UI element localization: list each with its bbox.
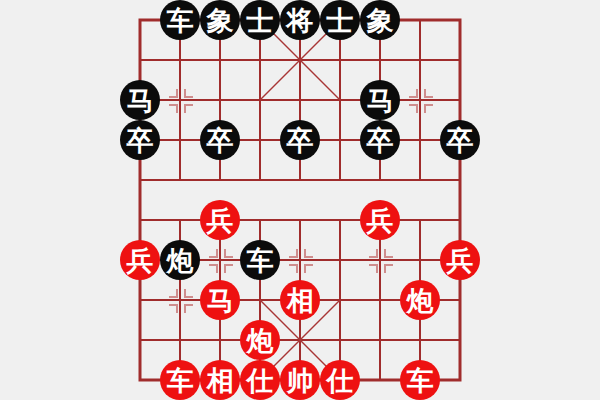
point-marker-corner	[384, 249, 393, 258]
point-marker-corner	[184, 304, 193, 313]
black-cannon[interactable]: 炮	[160, 240, 200, 280]
point-marker-corner	[289, 264, 298, 273]
red-soldier[interactable]: 兵	[360, 200, 400, 240]
point-marker-corner	[304, 264, 313, 273]
point-marker-corner	[169, 104, 178, 113]
black-general[interactable]: 将	[280, 0, 320, 40]
black-soldier[interactable]: 卒	[360, 120, 400, 160]
black-soldier[interactable]: 卒	[280, 120, 320, 160]
red-chariot[interactable]: 车	[400, 360, 440, 400]
point-marker-corner	[184, 89, 193, 98]
point-marker	[400, 80, 440, 120]
point-marker-corner	[184, 289, 193, 298]
red-advisor[interactable]: 仕	[320, 360, 360, 400]
point-marker-corner	[224, 249, 233, 258]
red-general[interactable]: 帅	[280, 360, 320, 400]
red-elephant[interactable]: 相	[280, 280, 320, 320]
point-marker-corner	[209, 249, 218, 258]
black-advisor[interactable]: 士	[240, 0, 280, 40]
red-cannon[interactable]: 炮	[400, 280, 440, 320]
xiangqi-board: 车象士将士象马马卒卒卒卒卒炮车兵兵兵兵马相炮炮车相仕帅仕车	[120, 0, 480, 400]
red-cannon[interactable]: 炮	[240, 320, 280, 360]
point-marker-corner	[369, 249, 378, 258]
black-chariot[interactable]: 车	[240, 240, 280, 280]
point-marker-corner	[424, 89, 433, 98]
black-advisor[interactable]: 士	[320, 0, 360, 40]
point-marker	[360, 240, 400, 280]
point-marker	[160, 280, 200, 320]
point-marker-corner	[184, 104, 193, 113]
black-elephant[interactable]: 象	[360, 0, 400, 40]
point-marker	[280, 240, 320, 280]
black-horse[interactable]: 马	[360, 80, 400, 120]
point-marker-corner	[409, 104, 418, 113]
pieces-layer: 车象士将士象马马卒卒卒卒卒炮车兵兵兵兵马相炮炮车相仕帅仕车	[120, 0, 480, 400]
black-soldier[interactable]: 卒	[120, 120, 160, 160]
point-marker-corner	[304, 249, 313, 258]
point-marker-corner	[424, 104, 433, 113]
point-marker-corner	[224, 264, 233, 273]
red-soldier[interactable]: 兵	[200, 200, 240, 240]
black-soldier[interactable]: 卒	[440, 120, 480, 160]
point-marker-corner	[409, 89, 418, 98]
point-marker-corner	[384, 264, 393, 273]
point-marker-corner	[209, 264, 218, 273]
black-soldier[interactable]: 卒	[200, 120, 240, 160]
point-marker	[160, 80, 200, 120]
black-chariot[interactable]: 车	[160, 0, 200, 40]
red-soldier[interactable]: 兵	[120, 240, 160, 280]
point-marker-corner	[369, 264, 378, 273]
black-horse[interactable]: 马	[120, 80, 160, 120]
point-marker-corner	[169, 304, 178, 313]
point-marker-corner	[169, 289, 178, 298]
red-chariot[interactable]: 车	[160, 360, 200, 400]
point-marker-corner	[289, 249, 298, 258]
point-marker-corner	[169, 89, 178, 98]
point-marker	[200, 240, 240, 280]
red-soldier[interactable]: 兵	[440, 240, 480, 280]
red-elephant[interactable]: 相	[200, 360, 240, 400]
black-elephant[interactable]: 象	[200, 0, 240, 40]
red-advisor[interactable]: 仕	[240, 360, 280, 400]
red-horse[interactable]: 马	[200, 280, 240, 320]
